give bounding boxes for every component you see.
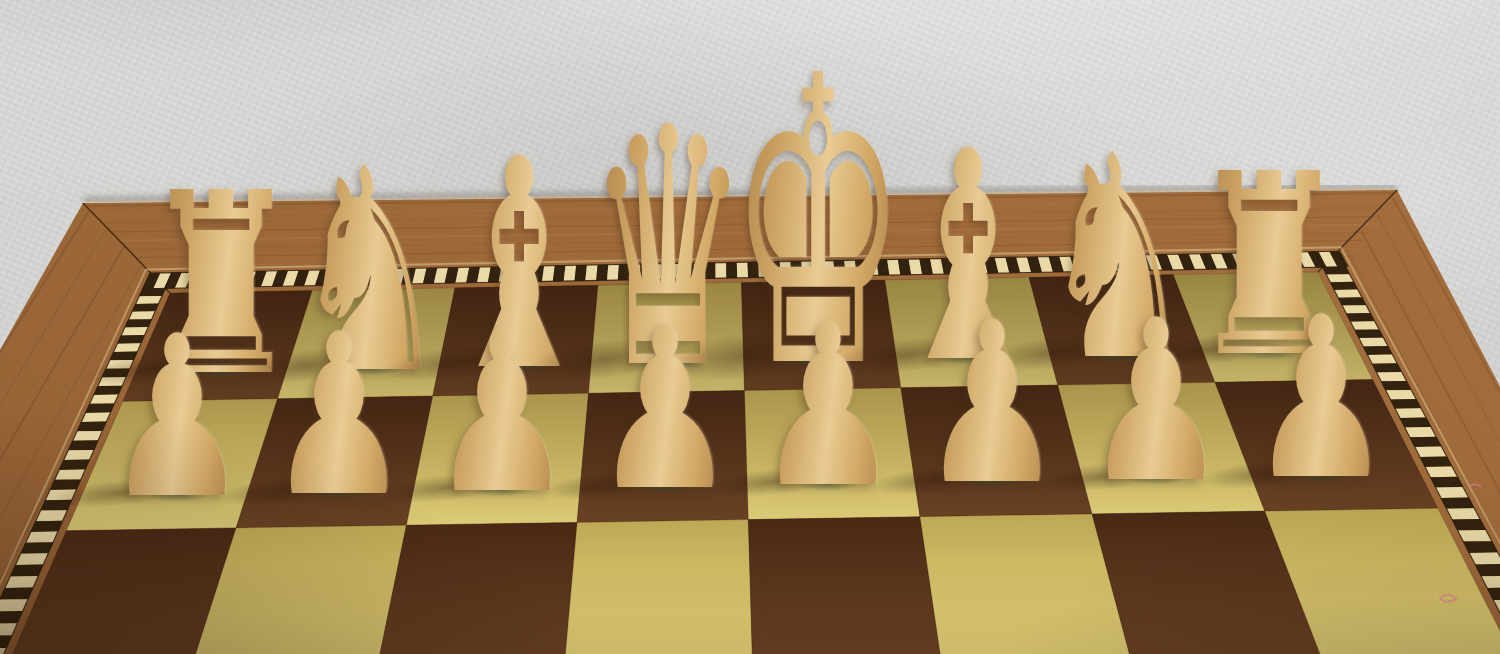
board-square-e7[interactable] [745,388,921,520]
board-square-d6[interactable] [563,520,753,654]
board-square-c8[interactable] [433,285,598,396]
board-square-d7[interactable] [577,391,748,523]
photo-scene: ♜♞♝♛♚♝♞♜♟♟♟♟♟♟♟♟ [0,0,1500,654]
board-square-f8[interactable] [885,277,1058,388]
chess-board [0,0,1500,654]
board-square-d8[interactable] [589,283,745,394]
squares [0,272,1500,654]
board-square-e6[interactable] [748,517,943,654]
board-square-e8[interactable] [741,280,901,391]
board-square-c6[interactable] [374,522,577,654]
board-square-c7[interactable] [406,393,588,525]
